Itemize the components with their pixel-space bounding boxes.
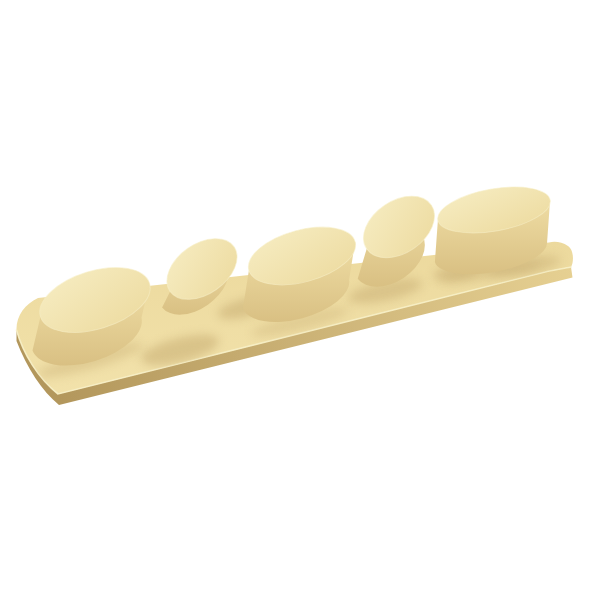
product-photo: Cream coloured plastic display stand: a … <box>0 0 590 590</box>
photo-stage: Cream coloured plastic display stand: a … <box>0 0 590 590</box>
